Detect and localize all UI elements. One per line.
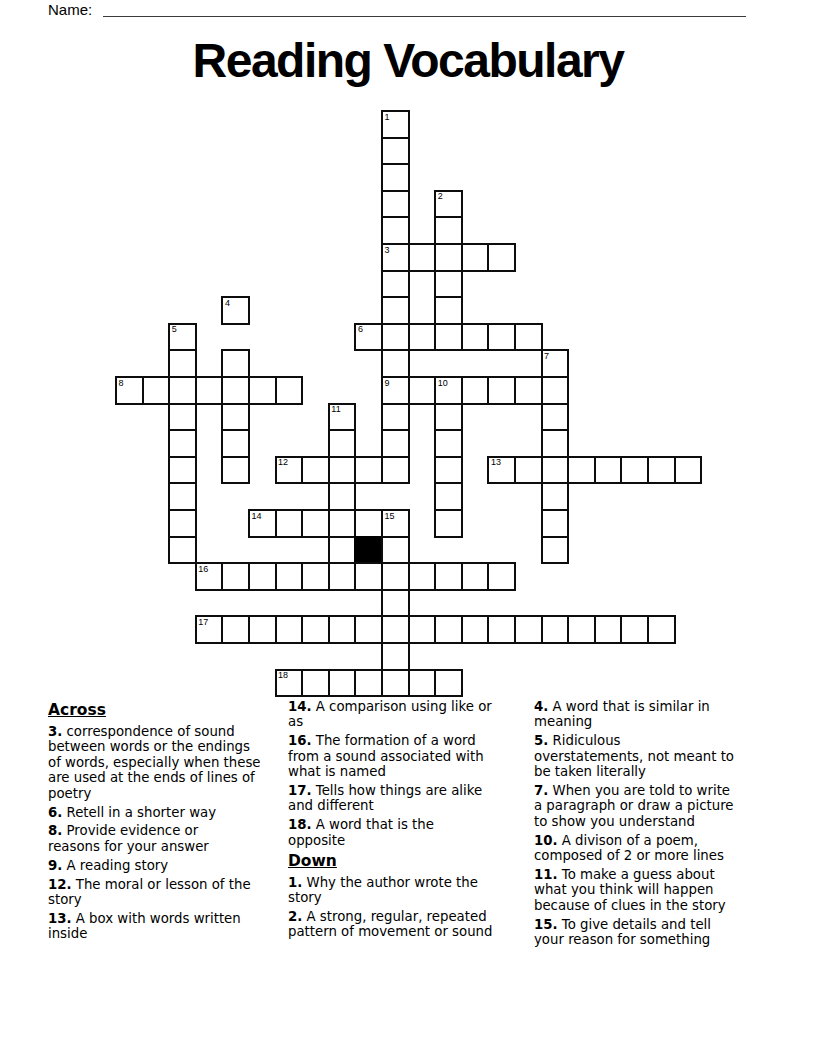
cell-r10-c16[interactable] xyxy=(541,376,570,405)
name-row: Name: xyxy=(48,1,92,19)
cell-r17-c6[interactable] xyxy=(275,562,304,591)
cell-r10-c2[interactable] xyxy=(168,376,197,405)
cell-r13-c15[interactable] xyxy=(514,456,543,485)
cell-r5-c12[interactable] xyxy=(434,243,463,272)
cell-r21-c9[interactable] xyxy=(354,669,383,698)
cell-number-9: 9 xyxy=(385,379,390,388)
cell-r15-c2[interactable] xyxy=(168,509,197,538)
clue-across-14: 14. A comparison using like or as xyxy=(288,699,528,730)
cell-r11-c12[interactable] xyxy=(434,403,463,432)
clue-across-6: 6. Retell in a shorter way xyxy=(48,805,288,820)
cell-number-5: 5 xyxy=(172,325,177,334)
cell-r14-c2[interactable] xyxy=(168,482,197,511)
cell-r19-c4[interactable] xyxy=(221,615,250,644)
cell-r13-c21[interactable] xyxy=(674,456,703,485)
cell-r16-c16[interactable] xyxy=(541,536,570,565)
clue-down-4: 4. A word that is similar in meaning xyxy=(534,699,786,730)
cell-number-11: 11 xyxy=(331,405,340,414)
cell-number-16: 16 xyxy=(198,565,208,574)
cell-r16-c2[interactable] xyxy=(168,536,197,565)
cell-r13-c17[interactable] xyxy=(567,456,596,485)
clue-across-3: 3. correspondence of sound between words… xyxy=(48,724,288,801)
page-title: Reading Vocabulary xyxy=(0,33,816,89)
cell-r4-c10[interactable] xyxy=(381,216,410,245)
cell-r1-c10[interactable] xyxy=(381,137,410,166)
cell-r21-c7[interactable] xyxy=(301,669,330,698)
cell-r19-c15[interactable] xyxy=(514,615,543,644)
cell-number-10: 10 xyxy=(438,379,448,388)
cell-r19-c5[interactable] xyxy=(248,615,277,644)
cell-r12-c4[interactable] xyxy=(221,429,250,458)
cell-r8-c14[interactable] xyxy=(487,323,516,352)
cell-r17-c14[interactable] xyxy=(487,562,516,591)
clue-down-5: 5. Ridiculous overstatements, not meant … xyxy=(534,733,786,779)
clue-down-11: 11. To make a guess about what you think… xyxy=(534,867,786,913)
cell-r10-c6[interactable] xyxy=(275,376,304,405)
cell-r10-c13[interactable] xyxy=(461,376,490,405)
clue-down-1: 1. Why the author wrote the story xyxy=(288,875,528,906)
cell-r12-c16[interactable] xyxy=(541,429,570,458)
cell-number-17: 17 xyxy=(198,618,208,627)
cell-r19-c7[interactable] xyxy=(301,615,330,644)
cell-number-14: 14 xyxy=(252,512,262,521)
cell-r10-c1[interactable] xyxy=(142,376,171,405)
cell-r10-c14[interactable] xyxy=(487,376,516,405)
cell-r10-c11[interactable] xyxy=(408,376,437,405)
cell-r8-c11[interactable] xyxy=(408,323,437,352)
cell-r19-c18[interactable] xyxy=(594,615,623,644)
cell-r19-c13[interactable] xyxy=(461,615,490,644)
cell-r10-c5[interactable] xyxy=(248,376,277,405)
cell-r9-c2[interactable] xyxy=(168,349,197,378)
cell-r13-c8[interactable] xyxy=(328,456,357,485)
cell-r12-c12[interactable] xyxy=(434,429,463,458)
cell-r19-c9[interactable] xyxy=(354,615,383,644)
clue-down-7: 7. When you are told to write a paragrap… xyxy=(534,783,786,829)
cell-r13-c9[interactable] xyxy=(354,456,383,485)
cell-number-15: 15 xyxy=(385,512,395,521)
cell-r8-c13[interactable] xyxy=(461,323,490,352)
cell-r15-c16[interactable] xyxy=(541,509,570,538)
cell-r17-c5[interactable] xyxy=(248,562,277,591)
clue-down-10: 10. A divison of a poem, composed of 2 o… xyxy=(534,833,786,864)
cell-r19-c16[interactable] xyxy=(541,615,570,644)
cell-r5-c13[interactable] xyxy=(461,243,490,272)
cell-r13-c4[interactable] xyxy=(221,456,250,485)
cell-r9-c4[interactable] xyxy=(221,349,250,378)
cell-r19-c20[interactable] xyxy=(647,615,676,644)
cell-r13-c16[interactable] xyxy=(541,456,570,485)
cell-r17-c7[interactable] xyxy=(301,562,330,591)
cell-r13-c10[interactable] xyxy=(381,456,410,485)
cell-r3-c10[interactable] xyxy=(381,190,410,219)
cell-r13-c18[interactable] xyxy=(594,456,623,485)
cell-r12-c10[interactable] xyxy=(381,429,410,458)
cell-r17-c9[interactable] xyxy=(354,562,383,591)
cell-r21-c12[interactable] xyxy=(434,669,463,698)
cell-r19-c11[interactable] xyxy=(408,615,437,644)
cell-r15-c12[interactable] xyxy=(434,509,463,538)
cell-r15-c9[interactable] xyxy=(354,509,383,538)
cell-r17-c12[interactable] xyxy=(434,562,463,591)
cell-number-7: 7 xyxy=(544,352,549,361)
cell-r13-c20[interactable] xyxy=(647,456,676,485)
cell-r15-c8[interactable] xyxy=(328,509,357,538)
cell-r13-c2[interactable] xyxy=(168,456,197,485)
cell-r12-c2[interactable] xyxy=(168,429,197,458)
cell-r19-c19[interactable] xyxy=(620,615,649,644)
cell-r14-c16[interactable] xyxy=(541,482,570,511)
cell-number-8: 8 xyxy=(119,379,124,388)
cell-r8-c15[interactable] xyxy=(514,323,543,352)
cell-r17-c11[interactable] xyxy=(408,562,437,591)
name-fill-line[interactable] xyxy=(103,16,746,17)
cell-r14-c12[interactable] xyxy=(434,482,463,511)
clue-across-17: 17. Tells how things are alike and diffe… xyxy=(288,783,528,814)
cell-r21-c10[interactable] xyxy=(381,669,410,698)
cell-r5-c11[interactable] xyxy=(408,243,437,272)
cell-r18-c10[interactable] xyxy=(381,589,410,618)
down-heading: Down xyxy=(288,852,528,871)
name-label: Name: xyxy=(48,1,92,18)
black-cell xyxy=(354,536,383,565)
cell-r5-c14[interactable] xyxy=(487,243,516,272)
cell-r15-c7[interactable] xyxy=(301,509,330,538)
cell-r19-c14[interactable] xyxy=(487,615,516,644)
cell-r14-c8[interactable] xyxy=(328,482,357,511)
cell-r9-c10[interactable] xyxy=(381,349,410,378)
clue-across-18: 18. A word that is the opposite xyxy=(288,817,528,848)
clue-across-9: 9. A reading story xyxy=(48,858,288,873)
cell-r6-c10[interactable] xyxy=(381,270,410,299)
clue-across-12: 12. The moral or lesson of the story xyxy=(48,877,288,908)
cell-r13-c12[interactable] xyxy=(434,456,463,485)
cell-r17-c13[interactable] xyxy=(461,562,490,591)
cell-r13-c7[interactable] xyxy=(301,456,330,485)
cell-r4-c12[interactable] xyxy=(434,216,463,245)
cell-r8-c10[interactable] xyxy=(381,323,410,352)
cell-r15-c6[interactable] xyxy=(275,509,304,538)
cell-r8-c12[interactable] xyxy=(434,323,463,352)
cell-r13-c19[interactable] xyxy=(620,456,649,485)
cell-r19-c10[interactable] xyxy=(381,615,410,644)
cell-r10-c15[interactable] xyxy=(514,376,543,405)
cell-r19-c8[interactable] xyxy=(328,615,357,644)
cell-r17-c4[interactable] xyxy=(221,562,250,591)
cell-r21-c11[interactable] xyxy=(408,669,437,698)
cell-number-2: 2 xyxy=(438,192,443,201)
cell-number-4: 4 xyxy=(225,299,230,308)
cell-number-12: 12 xyxy=(278,458,288,467)
cell-r7-c10[interactable] xyxy=(381,296,410,325)
crossword-grid: 123456789101112131415161718 xyxy=(115,110,703,698)
cell-r2-c10[interactable] xyxy=(381,163,410,192)
cell-number-13: 13 xyxy=(491,458,501,467)
clue-column-2: 14. A comparison using like or as16. The… xyxy=(288,699,528,943)
cell-r6-c12[interactable] xyxy=(434,270,463,299)
cell-r11-c16[interactable] xyxy=(541,403,570,432)
cell-r11-c10[interactable] xyxy=(381,403,410,432)
cell-r11-c2[interactable] xyxy=(168,403,197,432)
cell-r16-c8[interactable] xyxy=(328,536,357,565)
clue-down-15: 15. To give details and tell your reason… xyxy=(534,917,786,948)
cell-r10-c3[interactable] xyxy=(195,376,224,405)
clue-across-8: 8. Provide evidence or reasons for your … xyxy=(48,823,288,854)
cell-r19-c17[interactable] xyxy=(567,615,596,644)
cell-number-1: 1 xyxy=(385,113,390,122)
cell-r17-c10[interactable] xyxy=(381,562,410,591)
cell-r19-c6[interactable] xyxy=(275,615,304,644)
cell-r7-c12[interactable] xyxy=(434,296,463,325)
cell-r11-c4[interactable] xyxy=(221,403,250,432)
cell-r20-c10[interactable] xyxy=(381,642,410,671)
clue-column-1: Across3. correspondence of sound between… xyxy=(48,699,288,945)
cell-number-3: 3 xyxy=(385,246,390,255)
cell-r12-c8[interactable] xyxy=(328,429,357,458)
clue-down-2: 2. A strong, regular, repeated pattern o… xyxy=(288,909,528,940)
cell-number-18: 18 xyxy=(278,671,288,680)
cell-r21-c8[interactable] xyxy=(328,669,357,698)
clue-across-16: 16. The formation of a word from a sound… xyxy=(288,733,528,779)
clue-across-13: 13. A box with words written inside xyxy=(48,911,288,942)
cell-r16-c10[interactable] xyxy=(381,536,410,565)
cell-number-6: 6 xyxy=(358,325,363,334)
clue-column-3: 4. A word that is similar in meaning5. R… xyxy=(534,699,786,951)
cell-r17-c8[interactable] xyxy=(328,562,357,591)
cell-r19-c12[interactable] xyxy=(434,615,463,644)
cell-r10-c4[interactable] xyxy=(221,376,250,405)
across-heading: Across xyxy=(48,701,288,720)
